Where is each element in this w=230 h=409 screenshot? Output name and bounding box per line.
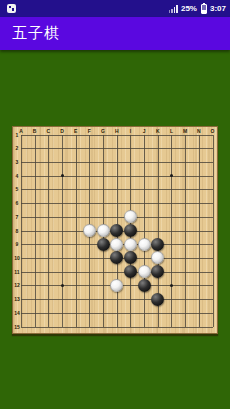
grid-line-vertical (199, 135, 200, 327)
status-bar[interactable]: 25% 3:07 (0, 0, 230, 17)
app-bar: 五子棋 (0, 17, 230, 50)
row-label: 8 (14, 228, 20, 234)
row-label: 7 (14, 214, 20, 220)
column-label: I (130, 128, 131, 134)
row-label: 1 (14, 132, 20, 138)
stone-white-I9 (124, 238, 137, 251)
star-point (61, 284, 64, 287)
row-label: 13 (14, 296, 20, 302)
stone-white-G8 (97, 224, 110, 237)
column-label: B (33, 128, 37, 134)
clock-text: 3:07 (210, 0, 226, 17)
stone-black-I8 (124, 224, 137, 237)
battery-percent-text: 25% (181, 0, 197, 17)
column-label: K (156, 128, 160, 134)
stone-black-G9 (97, 238, 110, 251)
stone-black-I10 (124, 251, 137, 264)
star-point (61, 174, 64, 177)
column-label: N (197, 128, 201, 134)
grid-line-vertical (185, 135, 186, 327)
star-point (170, 174, 173, 177)
column-label: D (60, 128, 64, 134)
stone-black-K9 (151, 238, 164, 251)
row-label: 9 (14, 241, 20, 247)
grid-line-vertical (171, 135, 172, 327)
row-label: 11 (14, 269, 20, 275)
grid-line-horizontal (21, 299, 213, 300)
stone-black-K13 (151, 293, 164, 306)
stone-white-J9 (138, 238, 151, 251)
cell-signal-icon (169, 4, 178, 13)
stone-black-I11 (124, 265, 137, 278)
grid-line-vertical (213, 135, 214, 327)
star-point (170, 284, 173, 287)
column-label: C (47, 128, 51, 134)
stone-black-H10 (110, 251, 123, 264)
row-label: 5 (14, 186, 20, 192)
row-label: 10 (14, 255, 20, 261)
gomoku-board[interactable]: A1B2C3D4E5F6G7H8I9J10K11L12M13N14O15 (12, 126, 218, 334)
row-label: 15 (14, 324, 20, 330)
row-label: 2 (14, 145, 20, 151)
stone-white-H12 (110, 279, 123, 292)
grid-line-vertical (144, 135, 145, 327)
column-label: L (170, 128, 173, 134)
row-label: 3 (14, 159, 20, 165)
column-label: O (211, 128, 215, 134)
row-label: 12 (14, 282, 20, 288)
battery-icon (201, 4, 207, 14)
app-screen: 25% 3:07 五子棋 A1B2C3D4E5F6G7H8I9J10K11L12… (0, 0, 230, 409)
stone-black-J12 (138, 279, 151, 292)
grid-line-horizontal (21, 313, 213, 314)
image-notification-icon (7, 4, 16, 13)
stone-black-K11 (151, 265, 164, 278)
row-label: 4 (14, 173, 20, 179)
column-label: J (143, 128, 146, 134)
stone-white-K10 (151, 251, 164, 264)
row-label: 14 (14, 310, 20, 316)
stone-white-H9 (110, 238, 123, 251)
stone-black-H8 (110, 224, 123, 237)
column-label: M (183, 128, 187, 134)
column-label: G (101, 128, 105, 134)
app-title: 五子棋 (12, 24, 60, 43)
column-label: H (115, 128, 119, 134)
column-label: F (88, 128, 91, 134)
stone-white-J11 (138, 265, 151, 278)
column-label: E (74, 128, 77, 134)
stone-white-F8 (83, 224, 96, 237)
stone-white-I7 (124, 210, 137, 223)
grid-line-horizontal (21, 327, 213, 328)
row-label: 6 (14, 200, 20, 206)
grid-line-horizontal (21, 272, 213, 273)
